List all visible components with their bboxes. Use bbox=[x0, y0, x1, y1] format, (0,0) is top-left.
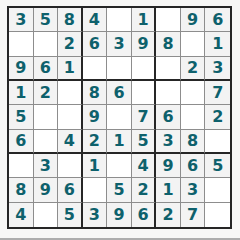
cell-r8c3[interactable]: 6 bbox=[58, 178, 83, 202]
cell-r7c6[interactable]: 4 bbox=[132, 154, 157, 178]
cell-r4c5[interactable]: 6 bbox=[107, 81, 132, 105]
cell-r5c1[interactable]: 5 bbox=[9, 105, 34, 129]
cell-r3c5[interactable] bbox=[107, 57, 132, 81]
cell-r2c5[interactable]: 3 bbox=[107, 32, 132, 56]
cell-r5c2[interactable] bbox=[34, 105, 59, 129]
cell-r8c2[interactable]: 9 bbox=[34, 178, 59, 202]
cell-r1c7[interactable] bbox=[156, 8, 181, 32]
cell-r1c4[interactable]: 4 bbox=[83, 8, 108, 32]
cell-r5c3[interactable] bbox=[58, 105, 83, 129]
cell-r9c8[interactable]: 7 bbox=[181, 203, 206, 227]
cell-r4c6[interactable] bbox=[132, 81, 157, 105]
cell-r3c9[interactable]: 3 bbox=[205, 57, 230, 81]
cell-r5c9[interactable]: 2 bbox=[205, 105, 230, 129]
cell-r7c4[interactable]: 1 bbox=[83, 154, 108, 178]
cell-r3c2[interactable]: 6 bbox=[34, 57, 59, 81]
cell-r1c3[interactable]: 8 bbox=[58, 8, 83, 32]
cell-r6c6[interactable]: 5 bbox=[132, 130, 157, 154]
cell-r1c1[interactable]: 3 bbox=[9, 8, 34, 32]
cell-r7c8[interactable]: 6 bbox=[181, 154, 206, 178]
cell-r6c2[interactable] bbox=[34, 130, 59, 154]
cell-r6c5[interactable]: 1 bbox=[107, 130, 132, 154]
cell-r2c7[interactable]: 8 bbox=[156, 32, 181, 56]
cell-r1c5[interactable] bbox=[107, 8, 132, 32]
cell-r9c6[interactable]: 6 bbox=[132, 203, 157, 227]
cell-r9c3[interactable]: 5 bbox=[58, 203, 83, 227]
cell-r6c8[interactable]: 8 bbox=[181, 130, 206, 154]
cell-r5c5[interactable] bbox=[107, 105, 132, 129]
cell-r2c9[interactable]: 1 bbox=[205, 32, 230, 56]
cell-r8c5[interactable]: 5 bbox=[107, 178, 132, 202]
cell-r9c9[interactable] bbox=[205, 203, 230, 227]
cell-r8c6[interactable]: 2 bbox=[132, 178, 157, 202]
cell-r4c8[interactable] bbox=[181, 81, 206, 105]
cell-r4c2[interactable]: 2 bbox=[34, 81, 59, 105]
cell-r6c9[interactable] bbox=[205, 130, 230, 154]
cell-r4c9[interactable]: 7 bbox=[205, 81, 230, 105]
cell-r5c7[interactable]: 6 bbox=[156, 105, 181, 129]
cell-r8c1[interactable]: 8 bbox=[9, 178, 34, 202]
cell-r2c8[interactable] bbox=[181, 32, 206, 56]
cell-r4c7[interactable] bbox=[156, 81, 181, 105]
cell-r2c4[interactable]: 6 bbox=[83, 32, 108, 56]
cell-r1c6[interactable]: 1 bbox=[132, 8, 157, 32]
cell-r7c1[interactable] bbox=[9, 154, 34, 178]
cell-r7c7[interactable]: 9 bbox=[156, 154, 181, 178]
cell-r7c3[interactable] bbox=[58, 154, 83, 178]
cell-r2c2[interactable] bbox=[34, 32, 59, 56]
cell-r3c7[interactable] bbox=[156, 57, 181, 81]
cell-r4c1[interactable]: 1 bbox=[9, 81, 34, 105]
cell-r6c4[interactable]: 2 bbox=[83, 130, 108, 154]
cell-r2c1[interactable] bbox=[9, 32, 34, 56]
cell-r7c9[interactable]: 5 bbox=[205, 154, 230, 178]
sudoku-board: 3584196263981961231286759762642153831496… bbox=[7, 6, 232, 229]
cell-r6c3[interactable]: 4 bbox=[58, 130, 83, 154]
cell-r9c2[interactable] bbox=[34, 203, 59, 227]
cell-r8c4[interactable] bbox=[83, 178, 108, 202]
cell-r8c7[interactable]: 1 bbox=[156, 178, 181, 202]
cell-r3c1[interactable]: 9 bbox=[9, 57, 34, 81]
cell-r3c4[interactable] bbox=[83, 57, 108, 81]
cell-r5c8[interactable] bbox=[181, 105, 206, 129]
cell-r9c4[interactable]: 3 bbox=[83, 203, 108, 227]
cell-r2c6[interactable]: 9 bbox=[132, 32, 157, 56]
cell-r6c1[interactable]: 6 bbox=[9, 130, 34, 154]
cell-r8c9[interactable] bbox=[205, 178, 230, 202]
cell-r9c5[interactable]: 9 bbox=[107, 203, 132, 227]
cell-r9c1[interactable]: 4 bbox=[9, 203, 34, 227]
cell-r3c6[interactable] bbox=[132, 57, 157, 81]
cell-r1c2[interactable]: 5 bbox=[34, 8, 59, 32]
cell-r4c3[interactable] bbox=[58, 81, 83, 105]
cell-r3c3[interactable]: 1 bbox=[58, 57, 83, 81]
cell-r1c8[interactable]: 9 bbox=[181, 8, 206, 32]
cell-r6c7[interactable]: 3 bbox=[156, 130, 181, 154]
cell-r1c9[interactable]: 6 bbox=[205, 8, 230, 32]
cell-r9c7[interactable]: 2 bbox=[156, 203, 181, 227]
cell-r4c4[interactable]: 8 bbox=[83, 81, 108, 105]
cell-r3c8[interactable]: 2 bbox=[181, 57, 206, 81]
cell-r5c4[interactable]: 9 bbox=[83, 105, 108, 129]
cell-r7c2[interactable]: 3 bbox=[34, 154, 59, 178]
cell-r8c8[interactable]: 3 bbox=[181, 178, 206, 202]
cell-r7c5[interactable] bbox=[107, 154, 132, 178]
cell-r5c6[interactable]: 7 bbox=[132, 105, 157, 129]
cell-r2c3[interactable]: 2 bbox=[58, 32, 83, 56]
